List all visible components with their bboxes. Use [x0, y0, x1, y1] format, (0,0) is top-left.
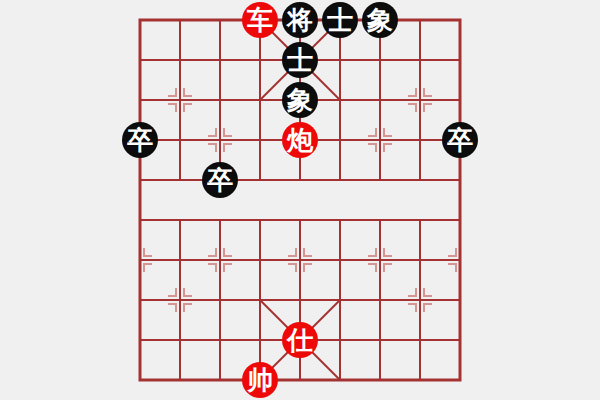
black-general[interactable]: 将 [282, 2, 318, 38]
black-elephant-2[interactable]: 象 [282, 82, 318, 118]
red-cannon[interactable]: 炮 [282, 122, 318, 158]
red-chariot[interactable]: 车 [242, 2, 278, 38]
black-advisor-1[interactable]: 士 [322, 2, 358, 38]
black-elephant-1[interactable]: 象 [362, 2, 398, 38]
board-intersections[interactable]: 车将士象士象卒炮卒卒仕帅 [120, 0, 480, 400]
black-soldier-1[interactable]: 卒 [122, 122, 158, 158]
black-soldier-3[interactable]: 卒 [202, 162, 238, 198]
red-general[interactable]: 帅 [242, 362, 278, 398]
xiangqi-board: 车将士象士象卒炮卒卒仕帅 [0, 0, 600, 400]
red-advisor[interactable]: 仕 [282, 322, 318, 358]
black-advisor-2[interactable]: 士 [282, 42, 318, 78]
black-soldier-2[interactable]: 卒 [442, 122, 478, 158]
